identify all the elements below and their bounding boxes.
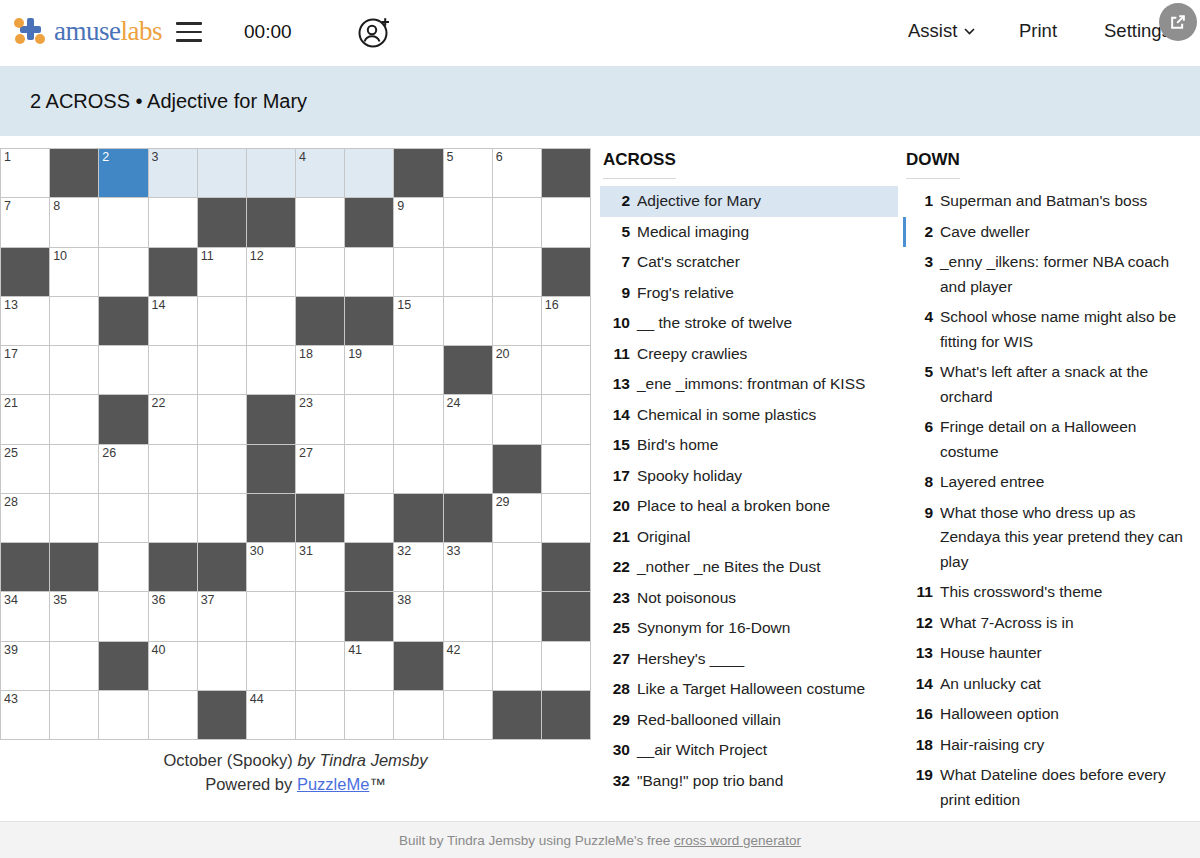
clue-text: Cave dweller bbox=[940, 220, 1197, 245]
cell-r11c5[interactable] bbox=[198, 642, 246, 690]
across-clue-25[interactable]: 25Synonym for 16-Down bbox=[600, 613, 898, 644]
add-player-icon[interactable] bbox=[356, 14, 392, 50]
down-clue-6[interactable]: 6Fringe detail on a Halloween costume bbox=[903, 412, 1197, 467]
down-clue-5[interactable]: 5What's left after a snack at the orchar… bbox=[903, 357, 1197, 412]
cell-number: 11 bbox=[201, 249, 214, 263]
cell-r6c9[interactable] bbox=[394, 395, 442, 443]
cell-r10c11[interactable] bbox=[493, 592, 541, 640]
cell-r2c4[interactable] bbox=[149, 198, 197, 246]
cell-r6c6 bbox=[247, 395, 295, 443]
clue-number: 2 bbox=[603, 189, 630, 214]
across-clue-2[interactable]: 2Adjective for Mary bbox=[600, 186, 898, 217]
cell-r9c7[interactable]: 31 bbox=[296, 543, 344, 591]
clue-number: 18 bbox=[906, 733, 933, 758]
down-clue-8[interactable]: 8Layered entree bbox=[903, 467, 1197, 498]
menu-icon[interactable] bbox=[176, 22, 202, 43]
clue-text: What 7-Across is in bbox=[940, 611, 1197, 636]
clue-text: What's left after a snack at the orchard bbox=[940, 360, 1197, 409]
cell-r12c10[interactable] bbox=[444, 691, 492, 739]
cell-r12c3[interactable] bbox=[99, 691, 147, 739]
cell-r4c8 bbox=[345, 297, 393, 345]
across-clue-30[interactable]: 30__air Witch Project bbox=[600, 735, 898, 766]
cell-number: 5 bbox=[447, 150, 454, 164]
cell-r3c9[interactable] bbox=[394, 248, 442, 296]
cell-r5c9[interactable] bbox=[394, 346, 442, 394]
cell-number: 1 bbox=[4, 150, 11, 164]
clue-text: _ene _immons: frontman of KISS bbox=[637, 372, 898, 397]
across-clue-13[interactable]: 13_ene _immons: frontman of KISS bbox=[600, 369, 898, 400]
cell-r10c5[interactable]: 37 bbox=[198, 592, 246, 640]
cell-r7c9[interactable] bbox=[394, 445, 442, 493]
print-button[interactable]: Print bbox=[1019, 20, 1057, 42]
cell-r3c4 bbox=[149, 248, 197, 296]
across-clue-15[interactable]: 15Bird's home bbox=[600, 430, 898, 461]
cell-number: 35 bbox=[53, 593, 67, 607]
cell-r8c5[interactable] bbox=[198, 494, 246, 542]
timer: 00:00 bbox=[244, 21, 292, 43]
cell-r3c3[interactable] bbox=[99, 248, 147, 296]
cell-number: 12 bbox=[250, 249, 264, 263]
cell-r6c8[interactable] bbox=[345, 395, 393, 443]
across-clue-20[interactable]: 20Place to heal a broken bone bbox=[600, 491, 898, 522]
down-clue-13[interactable]: 13House haunter bbox=[903, 638, 1197, 669]
clue-number: 27 bbox=[603, 647, 630, 672]
cell-r2c8 bbox=[345, 198, 393, 246]
cell-r9c9[interactable]: 32 bbox=[394, 543, 442, 591]
cell-r2c10[interactable] bbox=[444, 198, 492, 246]
cell-r2c11[interactable] bbox=[493, 198, 541, 246]
cell-number: 26 bbox=[102, 446, 116, 460]
cell-r7c12[interactable] bbox=[542, 445, 590, 493]
down-clue-4[interactable]: 4School whose name might also be fitting… bbox=[903, 302, 1197, 357]
cell-r12c12 bbox=[542, 691, 590, 739]
cell-number: 16 bbox=[545, 298, 559, 312]
popout-icon bbox=[1168, 12, 1188, 32]
cell-r7c2[interactable] bbox=[50, 445, 98, 493]
cell-r12c5 bbox=[198, 691, 246, 739]
across-clue-23[interactable]: 23Not poisonous bbox=[600, 583, 898, 614]
across-clue-28[interactable]: 28Like a Target Halloween costume bbox=[600, 674, 898, 705]
down-clue-19[interactable]: 19What Dateline does before every print … bbox=[903, 760, 1197, 815]
assist-button[interactable]: Assist bbox=[908, 20, 975, 42]
clue-number: 14 bbox=[906, 672, 933, 697]
cell-r11c7[interactable] bbox=[296, 642, 344, 690]
cell-r9c2 bbox=[50, 543, 98, 591]
clue-text: _enny _ilkens: former NBA coach and play… bbox=[940, 250, 1197, 299]
clue-text: What those who dress up as Zendaya this … bbox=[940, 501, 1197, 575]
clue-number: 1 bbox=[906, 189, 933, 214]
cell-r8c10 bbox=[444, 494, 492, 542]
across-clue-27[interactable]: 27Hershey's ____ bbox=[600, 644, 898, 675]
cell-r10c2[interactable]: 35 bbox=[50, 592, 98, 640]
cell-r5c4[interactable] bbox=[149, 346, 197, 394]
cell-number: 21 bbox=[4, 396, 18, 410]
down-clue-16[interactable]: 16Halloween option bbox=[903, 699, 1197, 730]
cell-r1c7[interactable]: 4 bbox=[296, 149, 344, 197]
down-clue-2[interactable]: 2Cave dweller bbox=[903, 217, 1197, 248]
cell-r11c11[interactable] bbox=[493, 642, 541, 690]
down-clue-list: 1Superman and Batman's boss2Cave dweller… bbox=[903, 186, 1197, 815]
puzzleme-link[interactable]: PuzzleMe bbox=[297, 775, 369, 793]
cell-r4c11[interactable] bbox=[493, 297, 541, 345]
cell-r3c7[interactable] bbox=[296, 248, 344, 296]
cell-number: 15 bbox=[397, 298, 411, 312]
down-clue-18[interactable]: 18Hair-raising cry bbox=[903, 730, 1197, 761]
across-clue-5[interactable]: 5Medical imaging bbox=[600, 217, 898, 248]
cell-r6c7[interactable]: 23 bbox=[296, 395, 344, 443]
top-bar: amuselabs 00:00 Assist Print Settings bbox=[0, 0, 1200, 66]
footer-bar: Built by Tindra Jemsby using PuzzleMe's … bbox=[0, 821, 1200, 858]
clue-text: Bird's home bbox=[637, 433, 898, 458]
cell-r1c10[interactable]: 5 bbox=[444, 149, 492, 197]
cell-r4c1[interactable]: 13 bbox=[1, 297, 49, 345]
cell-r2c2[interactable]: 8 bbox=[50, 198, 98, 246]
cell-r3c12 bbox=[542, 248, 590, 296]
cell-r11c6[interactable] bbox=[247, 642, 295, 690]
cell-r1c5[interactable] bbox=[198, 149, 246, 197]
clue-text: Superman and Batman's boss bbox=[940, 189, 1197, 214]
cell-r4c2[interactable] bbox=[50, 297, 98, 345]
clue-text: Chemical in some plastics bbox=[637, 403, 898, 428]
cell-number: 33 bbox=[447, 544, 461, 558]
cell-r5c5[interactable] bbox=[198, 346, 246, 394]
cell-r1c12 bbox=[542, 149, 590, 197]
cell-r8c9 bbox=[394, 494, 442, 542]
cell-number: 13 bbox=[4, 298, 18, 312]
cell-r4c3 bbox=[99, 297, 147, 345]
cell-r6c11[interactable] bbox=[493, 395, 541, 443]
cell-r12c9[interactable] bbox=[394, 691, 442, 739]
clue-number: 6 bbox=[906, 415, 933, 440]
cell-r10c6[interactable] bbox=[247, 592, 295, 640]
cell-r5c10 bbox=[444, 346, 492, 394]
cell-r2c3[interactable] bbox=[99, 198, 147, 246]
cell-r12c8[interactable] bbox=[345, 691, 393, 739]
cell-number: 18 bbox=[299, 347, 313, 361]
cell-r3c1 bbox=[1, 248, 49, 296]
cell-r8c11[interactable]: 29 bbox=[493, 494, 541, 542]
cell-r1c4[interactable]: 3 bbox=[149, 149, 197, 197]
cell-r7c10[interactable] bbox=[444, 445, 492, 493]
cell-r11c3 bbox=[99, 642, 147, 690]
footer-text: Built by Tindra Jemsby using PuzzleMe's … bbox=[399, 833, 670, 848]
tm-mark: ™ bbox=[369, 775, 386, 793]
cell-r7c7[interactable]: 27 bbox=[296, 445, 344, 493]
down-clue-14[interactable]: 14An unlucky cat bbox=[903, 669, 1197, 700]
clue-text: Frog's relative bbox=[637, 281, 898, 306]
down-column: DOWN 1Superman and Batman's boss2Cave dw… bbox=[903, 150, 1197, 815]
cell-r9c1 bbox=[1, 543, 49, 591]
clue-text: An unlucky cat bbox=[940, 672, 1197, 697]
clue-text: Layered entree bbox=[940, 470, 1197, 495]
cell-number: 29 bbox=[496, 495, 510, 509]
cell-r1c3[interactable]: 2 bbox=[99, 149, 147, 197]
cell-r8c8[interactable] bbox=[345, 494, 393, 542]
cell-r10c4[interactable]: 36 bbox=[149, 592, 197, 640]
cell-r11c2[interactable] bbox=[50, 642, 98, 690]
clue-number: 17 bbox=[603, 464, 630, 489]
cell-r5c1[interactable]: 17 bbox=[1, 346, 49, 394]
cell-r4c7 bbox=[296, 297, 344, 345]
cell-number: 24 bbox=[447, 396, 461, 410]
cell-r8c4[interactable] bbox=[149, 494, 197, 542]
cell-r11c1[interactable]: 39 bbox=[1, 642, 49, 690]
cell-r5c8[interactable]: 19 bbox=[345, 346, 393, 394]
cell-number: 38 bbox=[397, 593, 411, 607]
cell-r7c3[interactable]: 26 bbox=[99, 445, 147, 493]
clue-number: 11 bbox=[603, 342, 630, 367]
puzzle-title: October (Spooky) bbox=[164, 751, 293, 769]
across-header: ACROSS bbox=[603, 150, 676, 179]
cell-r10c7[interactable] bbox=[296, 592, 344, 640]
cell-number: 39 bbox=[4, 643, 18, 657]
cell-r5c7[interactable]: 18 bbox=[296, 346, 344, 394]
cell-r7c11 bbox=[493, 445, 541, 493]
across-clue-17[interactable]: 17Spooky holiday bbox=[600, 461, 898, 492]
cell-r11c4[interactable]: 40 bbox=[149, 642, 197, 690]
cell-r7c4[interactable] bbox=[149, 445, 197, 493]
crossword-grid[interactable]: 1234567891011121314151617181920212223242… bbox=[0, 148, 591, 740]
clue-text: This crossword's theme bbox=[940, 580, 1197, 605]
cell-number: 4 bbox=[299, 150, 306, 164]
cell-r1c2 bbox=[50, 149, 98, 197]
cell-r12c2[interactable] bbox=[50, 691, 98, 739]
across-clue-32[interactable]: 32"Bang!" pop trio band bbox=[600, 766, 898, 797]
clue-text: Fringe detail on a Halloween costume bbox=[940, 415, 1197, 464]
cell-r3c6[interactable]: 12 bbox=[247, 248, 295, 296]
cell-r6c4[interactable]: 22 bbox=[149, 395, 197, 443]
cell-number: 9 bbox=[397, 199, 404, 213]
cell-r6c12[interactable] bbox=[542, 395, 590, 443]
down-clue-9[interactable]: 9What those who dress up as Zendaya this… bbox=[903, 498, 1197, 578]
cell-r1c8[interactable] bbox=[345, 149, 393, 197]
cell-r3c11[interactable] bbox=[493, 248, 541, 296]
cell-r12c6[interactable]: 44 bbox=[247, 691, 295, 739]
cell-r4c4[interactable]: 14 bbox=[149, 297, 197, 345]
clue-number: 2 bbox=[906, 220, 933, 245]
across-clue-7[interactable]: 7Cat's scratcher bbox=[600, 247, 898, 278]
cell-r5c12[interactable] bbox=[542, 346, 590, 394]
cell-r4c12[interactable]: 16 bbox=[542, 297, 590, 345]
cell-number: 34 bbox=[4, 593, 18, 607]
cell-number: 27 bbox=[299, 446, 313, 460]
chevron-down-icon bbox=[964, 28, 975, 35]
cell-r2c12[interactable] bbox=[542, 198, 590, 246]
down-clue-12[interactable]: 12What 7-Across is in bbox=[903, 608, 1197, 639]
cell-r9c5 bbox=[198, 543, 246, 591]
clue-number: 30 bbox=[603, 738, 630, 763]
cell-r9c4 bbox=[149, 543, 197, 591]
cell-r7c8[interactable] bbox=[345, 445, 393, 493]
cell-number: 41 bbox=[348, 643, 362, 657]
cell-r11c10[interactable]: 42 bbox=[444, 642, 492, 690]
cell-r9c8 bbox=[345, 543, 393, 591]
cell-r10c10[interactable] bbox=[444, 592, 492, 640]
clue-number: 9 bbox=[906, 501, 933, 526]
cell-number: 31 bbox=[299, 544, 313, 558]
cell-r8c6 bbox=[247, 494, 295, 542]
across-clue-14[interactable]: 14Chemical in some plastics bbox=[600, 400, 898, 431]
clue-text: "Bang!" pop trio band bbox=[637, 769, 898, 794]
cell-r3c2[interactable]: 10 bbox=[50, 248, 98, 296]
cell-r8c3[interactable] bbox=[99, 494, 147, 542]
cell-number: 44 bbox=[250, 692, 264, 706]
clue-text: What Dateline does before every print ed… bbox=[940, 763, 1197, 812]
amuselabs-logo[interactable]: amuselabs bbox=[14, 16, 162, 47]
clue-text: __air Witch Project bbox=[637, 738, 898, 763]
cell-r6c1[interactable]: 21 bbox=[1, 395, 49, 443]
across-clue-9[interactable]: 9Frog's relative bbox=[600, 278, 898, 309]
cell-r10c1[interactable]: 34 bbox=[1, 592, 49, 640]
cell-r9c3[interactable] bbox=[99, 543, 147, 591]
puzzle-title-line: October (Spooky) by Tindra Jemsby bbox=[0, 748, 591, 772]
cell-r10c3[interactable] bbox=[99, 592, 147, 640]
cell-r5c11[interactable]: 20 bbox=[493, 346, 541, 394]
clue-text: Cat's scratcher bbox=[637, 250, 898, 275]
across-clue-10[interactable]: 10__ the stroke of twelve bbox=[600, 308, 898, 339]
clue-number: 20 bbox=[603, 494, 630, 519]
cell-r10c9[interactable]: 38 bbox=[394, 592, 442, 640]
clue-text: Red-ballooned villain bbox=[637, 708, 898, 733]
cell-r12c7[interactable] bbox=[296, 691, 344, 739]
clue-number: 32 bbox=[603, 769, 630, 794]
clue-number: 8 bbox=[906, 470, 933, 495]
cell-r7c1[interactable]: 25 bbox=[1, 445, 49, 493]
clue-text: Original bbox=[637, 525, 898, 550]
down-clue-1[interactable]: 1Superman and Batman's boss bbox=[903, 186, 1197, 217]
cell-r2c1[interactable]: 7 bbox=[1, 198, 49, 246]
cell-r6c5[interactable] bbox=[198, 395, 246, 443]
clue-number: 12 bbox=[906, 611, 933, 636]
cell-r8c12[interactable] bbox=[542, 494, 590, 542]
cell-r6c3 bbox=[99, 395, 147, 443]
cell-number: 2 bbox=[102, 150, 109, 164]
cell-r3c10[interactable] bbox=[444, 248, 492, 296]
cell-r1c6[interactable] bbox=[247, 149, 295, 197]
cell-r5c3[interactable] bbox=[99, 346, 147, 394]
across-clue-21[interactable]: 21Original bbox=[600, 522, 898, 553]
cell-r6c10[interactable]: 24 bbox=[444, 395, 492, 443]
clue-number: 25 bbox=[603, 616, 630, 641]
cell-r9c11[interactable] bbox=[493, 543, 541, 591]
clue-text: House haunter bbox=[940, 641, 1197, 666]
cell-number: 25 bbox=[4, 446, 18, 460]
puzzle-byline: by Tindra Jemsby bbox=[297, 751, 427, 769]
cell-r3c5[interactable]: 11 bbox=[198, 248, 246, 296]
cell-number: 3 bbox=[152, 150, 159, 164]
crossword-generator-link[interactable]: cross word generator bbox=[674, 833, 801, 848]
across-clue-29[interactable]: 29Red-ballooned villain bbox=[600, 705, 898, 736]
current-clue-text: 2 ACROSS • Adjective for Mary bbox=[30, 90, 307, 113]
clue-text: Synonym for 16-Down bbox=[637, 616, 898, 641]
cell-r11c12[interactable] bbox=[542, 642, 590, 690]
clue-text: Halloween option bbox=[940, 702, 1197, 727]
clue-number: 15 bbox=[603, 433, 630, 458]
clue-number: 5 bbox=[906, 360, 933, 385]
clue-text: Adjective for Mary bbox=[637, 189, 898, 214]
clue-text: Hershey's ____ bbox=[637, 647, 898, 672]
cell-number: 6 bbox=[496, 150, 503, 164]
cell-r4c5[interactable] bbox=[198, 297, 246, 345]
clue-number: 9 bbox=[603, 281, 630, 306]
cell-number: 14 bbox=[152, 298, 166, 312]
cell-number: 22 bbox=[152, 396, 166, 410]
cell-number: 43 bbox=[4, 692, 18, 706]
cell-r10c8 bbox=[345, 592, 393, 640]
across-clue-22[interactable]: 22_nother _ne Bites the Dust bbox=[600, 552, 898, 583]
cell-number: 17 bbox=[4, 347, 18, 361]
clue-text: School whose name might also be fitting … bbox=[940, 305, 1197, 354]
cell-r9c6[interactable]: 30 bbox=[247, 543, 295, 591]
clue-text: Like a Target Halloween costume bbox=[637, 677, 898, 702]
cell-r1c1[interactable]: 1 bbox=[1, 149, 49, 197]
cell-r9c12 bbox=[542, 543, 590, 591]
clue-number: 13 bbox=[906, 641, 933, 666]
clue-text: Creepy crawlies bbox=[637, 342, 898, 367]
cell-number: 28 bbox=[4, 495, 18, 509]
clue-text: Not poisonous bbox=[637, 586, 898, 611]
across-clue-list: 2Adjective for Mary5Medical imaging7Cat'… bbox=[600, 186, 898, 796]
cell-r1c11[interactable]: 6 bbox=[493, 149, 541, 197]
cell-r4c9[interactable]: 15 bbox=[394, 297, 442, 345]
down-clue-11[interactable]: 11This crossword's theme bbox=[903, 577, 1197, 608]
down-clue-3[interactable]: 3_enny _ilkens: former NBA coach and pla… bbox=[903, 247, 1197, 302]
across-column: ACROSS 2Adjective for Mary5Medical imagi… bbox=[600, 150, 898, 796]
cell-r1c9 bbox=[394, 149, 442, 197]
cell-r2c5 bbox=[198, 198, 246, 246]
cell-r5c6[interactable] bbox=[247, 346, 295, 394]
cell-r7c5[interactable] bbox=[198, 445, 246, 493]
popout-button[interactable] bbox=[1159, 3, 1197, 41]
clue-text: _nother _ne Bites the Dust bbox=[637, 555, 898, 580]
clue-number: 22 bbox=[603, 555, 630, 580]
cell-r7c6 bbox=[247, 445, 295, 493]
cell-number: 36 bbox=[152, 593, 166, 607]
clue-number: 7 bbox=[603, 250, 630, 275]
cell-r9c10[interactable]: 33 bbox=[444, 543, 492, 591]
cell-r2c6 bbox=[247, 198, 295, 246]
clue-text: Spooky holiday bbox=[637, 464, 898, 489]
cell-number: 19 bbox=[348, 347, 362, 361]
clue-number: 23 bbox=[603, 586, 630, 611]
clue-number: 14 bbox=[603, 403, 630, 428]
cell-r3c8[interactable] bbox=[345, 248, 393, 296]
cell-r11c8[interactable]: 41 bbox=[345, 642, 393, 690]
cell-r4c10[interactable] bbox=[444, 297, 492, 345]
cell-r8c2[interactable] bbox=[50, 494, 98, 542]
across-clue-11[interactable]: 11Creepy crawlies bbox=[600, 339, 898, 370]
cell-r2c9[interactable]: 9 bbox=[394, 198, 442, 246]
cell-number: 8 bbox=[53, 199, 60, 213]
cell-r2c7[interactable] bbox=[296, 198, 344, 246]
cell-number: 10 bbox=[53, 249, 67, 263]
cell-number: 30 bbox=[250, 544, 264, 558]
clue-number: 3 bbox=[906, 250, 933, 275]
clue-number: 11 bbox=[906, 580, 933, 605]
clue-number: 16 bbox=[906, 702, 933, 727]
clue-text: Place to heal a broken bone bbox=[637, 494, 898, 519]
clue-text: Medical imaging bbox=[637, 220, 898, 245]
puzzle-attribution: October (Spooky) by Tindra Jemsby Powere… bbox=[0, 748, 591, 796]
cell-r8c1[interactable]: 28 bbox=[1, 494, 49, 542]
cell-r12c4[interactable] bbox=[149, 691, 197, 739]
clue-number: 21 bbox=[603, 525, 630, 550]
cell-r12c1[interactable]: 43 bbox=[1, 691, 49, 739]
cell-number: 37 bbox=[201, 593, 215, 607]
cell-r5c2[interactable] bbox=[50, 346, 98, 394]
cell-r4c6[interactable] bbox=[247, 297, 295, 345]
cell-r6c2[interactable] bbox=[50, 395, 98, 443]
